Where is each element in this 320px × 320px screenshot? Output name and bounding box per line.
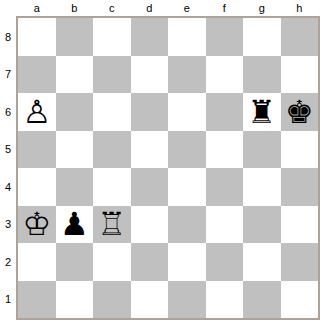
file-label-b: b <box>56 0 94 16</box>
square-f7[interactable] <box>206 56 244 94</box>
square-e3[interactable] <box>168 206 206 244</box>
file-label-h: h <box>281 0 319 16</box>
square-g1[interactable] <box>243 281 281 319</box>
file-label-a: a <box>18 0 56 16</box>
square-f3[interactable] <box>206 206 244 244</box>
square-h3[interactable] <box>281 206 319 244</box>
square-e7[interactable] <box>168 56 206 94</box>
piece-black-king-h6[interactable]: ♚ <box>285 96 314 128</box>
square-g5[interactable] <box>243 131 281 169</box>
square-d1[interactable] <box>131 281 169 319</box>
square-h7[interactable] <box>281 56 319 94</box>
piece-black-rook-g6[interactable]: ♜ <box>247 96 276 128</box>
square-e4[interactable] <box>168 168 206 206</box>
rank-label-1: 1 <box>0 281 16 319</box>
square-c8[interactable] <box>93 18 131 56</box>
square-f1[interactable] <box>206 281 244 319</box>
square-f8[interactable] <box>206 18 244 56</box>
square-h2[interactable] <box>281 243 319 281</box>
square-a6[interactable]: ♙ <box>18 93 56 131</box>
square-g6[interactable]: ♜ <box>243 93 281 131</box>
square-g7[interactable] <box>243 56 281 94</box>
square-f2[interactable] <box>206 243 244 281</box>
square-e6[interactable] <box>168 93 206 131</box>
square-d8[interactable] <box>131 18 169 56</box>
chess-board: ♙♜♚♔♟♖ <box>16 16 320 320</box>
square-a3[interactable]: ♔ <box>18 206 56 244</box>
square-c5[interactable] <box>93 131 131 169</box>
square-b1[interactable] <box>56 281 94 319</box>
file-label-d: d <box>131 0 169 16</box>
square-a2[interactable] <box>18 243 56 281</box>
board-row: 87654321 ♙♜♚♔♟♖ <box>0 16 320 320</box>
square-h1[interactable] <box>281 281 319 319</box>
square-h5[interactable] <box>281 131 319 169</box>
square-c6[interactable] <box>93 93 131 131</box>
piece-black-pawn-b3[interactable]: ♟ <box>60 208 89 240</box>
piece-white-king-a3[interactable]: ♔ <box>22 208 51 240</box>
square-c1[interactable] <box>93 281 131 319</box>
square-g3[interactable] <box>243 206 281 244</box>
square-c4[interactable] <box>93 168 131 206</box>
square-d3[interactable] <box>131 206 169 244</box>
square-d5[interactable] <box>131 131 169 169</box>
square-b4[interactable] <box>56 168 94 206</box>
file-label-g: g <box>243 0 281 16</box>
file-labels: abcdefgh <box>18 0 318 16</box>
file-label-e: e <box>168 0 206 16</box>
square-f4[interactable] <box>206 168 244 206</box>
rank-label-8: 8 <box>0 18 16 56</box>
file-label-f: f <box>206 0 244 16</box>
square-g8[interactable] <box>243 18 281 56</box>
corner-spacer <box>0 0 18 16</box>
square-a5[interactable] <box>18 131 56 169</box>
rank-label-7: 7 <box>0 56 16 94</box>
square-e8[interactable] <box>168 18 206 56</box>
square-h8[interactable] <box>281 18 319 56</box>
square-f5[interactable] <box>206 131 244 169</box>
piece-white-pawn-a6[interactable]: ♙ <box>22 96 51 128</box>
file-labels-row: abcdefgh <box>0 0 320 16</box>
square-b3[interactable]: ♟ <box>56 206 94 244</box>
rank-labels: 87654321 <box>0 16 16 320</box>
square-d7[interactable] <box>131 56 169 94</box>
square-d4[interactable] <box>131 168 169 206</box>
square-e1[interactable] <box>168 281 206 319</box>
square-b2[interactable] <box>56 243 94 281</box>
square-a4[interactable] <box>18 168 56 206</box>
rank-label-6: 6 <box>0 93 16 131</box>
square-e2[interactable] <box>168 243 206 281</box>
rank-label-3: 3 <box>0 206 16 244</box>
square-b6[interactable] <box>56 93 94 131</box>
square-f6[interactable] <box>206 93 244 131</box>
square-d2[interactable] <box>131 243 169 281</box>
chess-diagram: abcdefgh 87654321 ♙♜♚♔♟♖ <box>0 0 320 320</box>
square-e5[interactable] <box>168 131 206 169</box>
square-c3[interactable]: ♖ <box>93 206 131 244</box>
piece-white-rook-c3[interactable]: ♖ <box>97 208 126 240</box>
square-c7[interactable] <box>93 56 131 94</box>
square-g2[interactable] <box>243 243 281 281</box>
square-h6[interactable]: ♚ <box>281 93 319 131</box>
square-d6[interactable] <box>131 93 169 131</box>
rank-label-5: 5 <box>0 131 16 169</box>
square-c2[interactable] <box>93 243 131 281</box>
square-a7[interactable] <box>18 56 56 94</box>
rank-label-2: 2 <box>0 243 16 281</box>
file-label-c: c <box>93 0 131 16</box>
square-b5[interactable] <box>56 131 94 169</box>
square-a1[interactable] <box>18 281 56 319</box>
square-h4[interactable] <box>281 168 319 206</box>
square-b8[interactable] <box>56 18 94 56</box>
square-a8[interactable] <box>18 18 56 56</box>
square-g4[interactable] <box>243 168 281 206</box>
square-b7[interactable] <box>56 56 94 94</box>
rank-label-4: 4 <box>0 168 16 206</box>
